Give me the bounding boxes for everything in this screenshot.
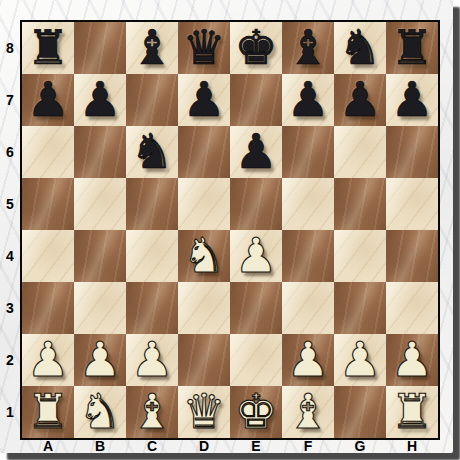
- square-e3[interactable]: [230, 282, 282, 334]
- square-h3[interactable]: [386, 282, 438, 334]
- square-c6[interactable]: ♞: [126, 126, 178, 178]
- square-c8[interactable]: ♝: [126, 22, 178, 74]
- square-d3[interactable]: [178, 282, 230, 334]
- square-c3[interactable]: [126, 282, 178, 334]
- black-pawn-e6[interactable]: ♟: [234, 127, 277, 175]
- white-pawn-h2[interactable]: ♟: [390, 335, 433, 383]
- file-label-f: F: [282, 439, 334, 453]
- square-b5[interactable]: [74, 178, 126, 230]
- square-g5[interactable]: [334, 178, 386, 230]
- square-a6[interactable]: [22, 126, 74, 178]
- black-pawn-h7[interactable]: ♟: [390, 75, 433, 123]
- square-f5[interactable]: [282, 178, 334, 230]
- black-rook-h8[interactable]: ♜: [390, 23, 433, 71]
- square-g6[interactable]: [334, 126, 386, 178]
- board-frame: ♜♝♛♚♝♞♜♟♟♟♟♟♟♞♟♞♟♟♟♟♟♟♟♜♞♝♛♚♝♜: [20, 20, 440, 440]
- square-a4[interactable]: [22, 230, 74, 282]
- black-knight-c6[interactable]: ♞: [130, 127, 173, 175]
- file-label-b: B: [74, 439, 126, 453]
- square-e2[interactable]: [230, 334, 282, 386]
- square-c2[interactable]: ♟: [126, 334, 178, 386]
- chess-app: ♜♝♛♚♝♞♜♟♟♟♟♟♟♞♟♞♟♟♟♟♟♟♟♜♞♝♛♚♝♜ 87654321 …: [0, 0, 460, 460]
- square-d4[interactable]: ♞: [178, 230, 230, 282]
- square-h5[interactable]: [386, 178, 438, 230]
- square-b4[interactable]: [74, 230, 126, 282]
- white-pawn-c2[interactable]: ♟: [130, 335, 173, 383]
- square-e1[interactable]: ♚: [230, 386, 282, 438]
- square-d7[interactable]: ♟: [178, 74, 230, 126]
- square-c4[interactable]: [126, 230, 178, 282]
- black-rook-a8[interactable]: ♜: [26, 23, 69, 71]
- file-label-d: D: [178, 439, 230, 453]
- rank-label-8: 8: [0, 22, 20, 74]
- square-b1[interactable]: ♞: [74, 386, 126, 438]
- square-a7[interactable]: ♟: [22, 74, 74, 126]
- black-king-e8[interactable]: ♚: [234, 23, 277, 71]
- square-g3[interactable]: [334, 282, 386, 334]
- square-d8[interactable]: ♛: [178, 22, 230, 74]
- file-label-a: A: [22, 439, 74, 453]
- square-c7[interactable]: [126, 74, 178, 126]
- white-bishop-c1[interactable]: ♝: [130, 387, 173, 435]
- square-d6[interactable]: [178, 126, 230, 178]
- square-e5[interactable]: [230, 178, 282, 230]
- white-pawn-g2[interactable]: ♟: [338, 335, 381, 383]
- white-king-e1[interactable]: ♚: [234, 387, 277, 435]
- black-pawn-g7[interactable]: ♟: [338, 75, 381, 123]
- rank-label-7: 7: [0, 74, 20, 126]
- square-a8[interactable]: ♜: [22, 22, 74, 74]
- white-pawn-f2[interactable]: ♟: [286, 335, 329, 383]
- white-rook-h1[interactable]: ♜: [390, 387, 433, 435]
- square-f6[interactable]: [282, 126, 334, 178]
- file-label-h: H: [386, 439, 438, 453]
- square-a1[interactable]: ♜: [22, 386, 74, 438]
- square-h6[interactable]: [386, 126, 438, 178]
- square-h4[interactable]: [386, 230, 438, 282]
- black-pawn-f7[interactable]: ♟: [286, 75, 329, 123]
- square-b3[interactable]: [74, 282, 126, 334]
- square-d1[interactable]: ♛: [178, 386, 230, 438]
- square-e7[interactable]: [230, 74, 282, 126]
- square-g7[interactable]: ♟: [334, 74, 386, 126]
- square-h8[interactable]: ♜: [386, 22, 438, 74]
- square-e8[interactable]: ♚: [230, 22, 282, 74]
- square-f8[interactable]: ♝: [282, 22, 334, 74]
- black-pawn-b7[interactable]: ♟: [78, 75, 121, 123]
- chess-board: ♜♝♛♚♝♞♜♟♟♟♟♟♟♞♟♞♟♟♟♟♟♟♟♜♞♝♛♚♝♜: [22, 22, 438, 438]
- white-rook-a1[interactable]: ♜: [26, 387, 69, 435]
- white-queen-d1[interactable]: ♛: [182, 387, 225, 435]
- white-knight-b1[interactable]: ♞: [78, 387, 121, 435]
- square-f1[interactable]: ♝: [282, 386, 334, 438]
- file-label-e: E: [230, 439, 282, 453]
- square-g2[interactable]: ♟: [334, 334, 386, 386]
- square-e6[interactable]: ♟: [230, 126, 282, 178]
- white-pawn-a2[interactable]: ♟: [26, 335, 69, 383]
- square-f7[interactable]: ♟: [282, 74, 334, 126]
- square-g4[interactable]: [334, 230, 386, 282]
- rank-label-3: 3: [0, 282, 20, 334]
- square-g1[interactable]: [334, 386, 386, 438]
- rank-label-6: 6: [0, 126, 20, 178]
- black-bishop-c8[interactable]: ♝: [130, 23, 173, 71]
- black-pawn-d7[interactable]: ♟: [182, 75, 225, 123]
- black-pawn-a7[interactable]: ♟: [26, 75, 69, 123]
- file-labels: ABCDEFGH: [22, 439, 438, 453]
- black-knight-g8[interactable]: ♞: [338, 23, 381, 71]
- square-d5[interactable]: [178, 178, 230, 230]
- square-b7[interactable]: ♟: [74, 74, 126, 126]
- square-e4[interactable]: ♟: [230, 230, 282, 282]
- marble-frame: ♜♝♛♚♝♞♜♟♟♟♟♟♟♞♟♞♟♟♟♟♟♟♟♜♞♝♛♚♝♜ 87654321 …: [0, 0, 453, 453]
- rank-label-1: 1: [0, 386, 20, 438]
- white-bishop-f1[interactable]: ♝: [286, 387, 329, 435]
- square-f3[interactable]: [282, 282, 334, 334]
- rank-label-5: 5: [0, 178, 20, 230]
- square-a2[interactable]: ♟: [22, 334, 74, 386]
- white-pawn-b2[interactable]: ♟: [78, 335, 121, 383]
- square-c1[interactable]: ♝: [126, 386, 178, 438]
- rank-label-2: 2: [0, 334, 20, 386]
- white-pawn-e4[interactable]: ♟: [234, 231, 277, 279]
- square-f2[interactable]: ♟: [282, 334, 334, 386]
- file-label-c: C: [126, 439, 178, 453]
- rank-labels: 87654321: [0, 22, 20, 438]
- file-label-g: G: [334, 439, 386, 453]
- square-h1[interactable]: ♜: [386, 386, 438, 438]
- square-b6[interactable]: [74, 126, 126, 178]
- square-h2[interactable]: ♟: [386, 334, 438, 386]
- square-b2[interactable]: ♟: [74, 334, 126, 386]
- square-a3[interactable]: [22, 282, 74, 334]
- square-g8[interactable]: ♞: [334, 22, 386, 74]
- white-knight-d4[interactable]: ♞: [182, 231, 225, 279]
- square-a5[interactable]: [22, 178, 74, 230]
- square-c5[interactable]: [126, 178, 178, 230]
- black-queen-d8[interactable]: ♛: [182, 23, 225, 71]
- rank-label-4: 4: [0, 230, 20, 282]
- square-b8[interactable]: [74, 22, 126, 74]
- black-bishop-f8[interactable]: ♝: [286, 23, 329, 71]
- square-h7[interactable]: ♟: [386, 74, 438, 126]
- square-f4[interactable]: [282, 230, 334, 282]
- square-d2[interactable]: [178, 334, 230, 386]
